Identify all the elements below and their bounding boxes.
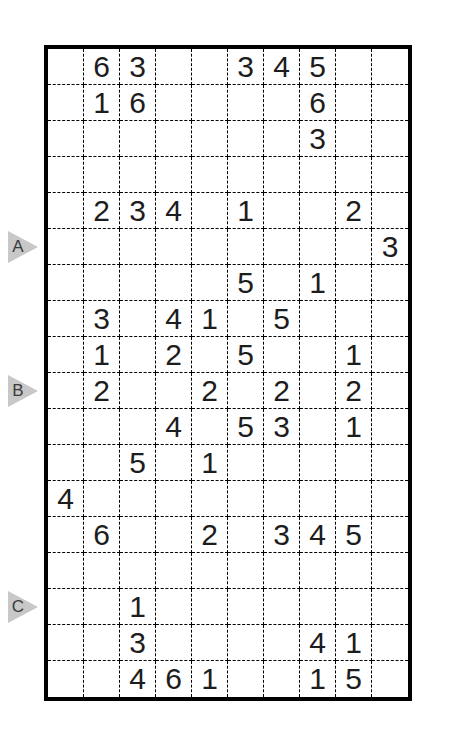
grid-cell-empty[interactable]	[372, 553, 408, 589]
grid-cell-empty[interactable]	[156, 373, 192, 409]
grid-cell-empty[interactable]	[120, 553, 156, 589]
grid-cell-given: 1	[192, 301, 228, 337]
grid-cell-given: 3	[120, 625, 156, 661]
grid-cell-empty[interactable]	[372, 301, 408, 337]
grid-cell-empty[interactable]	[192, 409, 228, 445]
grid-cell-empty[interactable]	[84, 157, 120, 193]
grid-cell-empty[interactable]	[48, 157, 84, 193]
grid-cell-empty[interactable]	[336, 157, 372, 193]
grid-cell-empty[interactable]	[192, 49, 228, 85]
grid-cell-empty[interactable]	[300, 193, 336, 229]
grid-cell-empty[interactable]	[228, 85, 264, 121]
grid-cell-given: 1	[192, 661, 228, 697]
grid-cell-empty[interactable]	[372, 373, 408, 409]
grid-cell-empty[interactable]	[336, 481, 372, 517]
grid-cell-empty[interactable]	[336, 553, 372, 589]
grid-cell-empty[interactable]	[120, 409, 156, 445]
grid-cell-empty[interactable]	[372, 481, 408, 517]
grid-cell-empty[interactable]	[120, 229, 156, 265]
grid-cell-given: 2	[192, 517, 228, 553]
grid-cell-given: 5	[336, 661, 372, 697]
grid-cell-empty[interactable]	[156, 265, 192, 301]
grid-cell-empty[interactable]	[192, 625, 228, 661]
grid-cell-given: 1	[228, 193, 264, 229]
grid-cell-empty[interactable]	[120, 337, 156, 373]
grid-cell-empty[interactable]	[156, 445, 192, 481]
grid-cell-empty[interactable]	[192, 229, 228, 265]
grid-cell-empty[interactable]	[264, 265, 300, 301]
grid-cell-empty[interactable]	[48, 85, 84, 121]
grid-cell-given: 3	[264, 409, 300, 445]
grid-cell-empty[interactable]	[48, 625, 84, 661]
grid-cell-given: 4	[120, 661, 156, 697]
grid-cell-empty[interactable]	[264, 85, 300, 121]
grid-cell-empty[interactable]	[264, 193, 300, 229]
grid-cell-empty[interactable]	[228, 589, 264, 625]
grid-cell-empty[interactable]	[120, 301, 156, 337]
grid-cell-empty[interactable]	[84, 409, 120, 445]
grid-cell-empty[interactable]	[84, 445, 120, 481]
puzzle-board: 6334516632341235134151251222245315146234…	[44, 45, 412, 701]
grid-cell-empty[interactable]	[84, 265, 120, 301]
grid-cell-empty[interactable]	[84, 553, 120, 589]
grid-cell-empty[interactable]	[192, 553, 228, 589]
grid-cell-given: 1	[300, 661, 336, 697]
grid-cell-empty[interactable]	[264, 589, 300, 625]
grid-cell-given: 4	[300, 517, 336, 553]
grid-cell-given: 2	[264, 373, 300, 409]
grid-cell-empty[interactable]	[84, 661, 120, 697]
grid-cell-empty[interactable]	[264, 445, 300, 481]
grid-cell-given: 5	[228, 409, 264, 445]
grid-cell-empty[interactable]	[48, 553, 84, 589]
grid-cell-empty[interactable]	[264, 157, 300, 193]
grid-cell-empty[interactable]	[120, 481, 156, 517]
grid-cell-empty[interactable]	[156, 229, 192, 265]
grid-cell-empty[interactable]	[228, 553, 264, 589]
grid-cell-empty[interactable]	[48, 337, 84, 373]
grid-cell-empty[interactable]	[228, 373, 264, 409]
grid-cell-empty[interactable]	[300, 229, 336, 265]
grid-cell-given: 2	[84, 373, 120, 409]
grid-cell-empty[interactable]	[48, 661, 84, 697]
grid-cell-given: 1	[336, 337, 372, 373]
grid-cell-given: 4	[156, 301, 192, 337]
grid-cell-empty[interactable]	[228, 229, 264, 265]
grid-cell-empty[interactable]	[228, 301, 264, 337]
grid-cell-empty[interactable]	[372, 337, 408, 373]
grid-cell-empty[interactable]	[300, 301, 336, 337]
grid-cell-empty[interactable]	[336, 121, 372, 157]
grid-cell-empty[interactable]	[156, 49, 192, 85]
grid-cell-given: 6	[156, 661, 192, 697]
grid-cell-empty[interactable]	[156, 625, 192, 661]
grid-cell-given: 5	[336, 517, 372, 553]
grid-cell-empty[interactable]	[120, 517, 156, 553]
grid-cell-empty[interactable]	[156, 481, 192, 517]
grid-cell-given: 3	[84, 301, 120, 337]
grid-cell-given: 3	[372, 229, 408, 265]
grid-cell-given: 2	[192, 373, 228, 409]
grid-cell-given: 1	[192, 445, 228, 481]
grid-cell-given: 3	[120, 49, 156, 85]
grid-cell-empty[interactable]	[228, 661, 264, 697]
row-marker-A: A	[8, 231, 38, 263]
grid-cell-empty[interactable]	[228, 625, 264, 661]
grid-cell-empty[interactable]	[336, 589, 372, 625]
grid-cell-empty[interactable]	[84, 589, 120, 625]
grid-cell-empty[interactable]	[156, 157, 192, 193]
grid-cell-given: 5	[228, 337, 264, 373]
grid-cell-empty[interactable]	[192, 157, 228, 193]
grid-cell-empty[interactable]	[192, 589, 228, 625]
grid-cell-empty[interactable]	[336, 265, 372, 301]
grid-cell-empty[interactable]	[156, 517, 192, 553]
grid-cell-empty[interactable]	[264, 553, 300, 589]
grid-cell-empty[interactable]	[48, 265, 84, 301]
grid-cell-empty[interactable]	[300, 157, 336, 193]
grid-cell-empty[interactable]	[120, 121, 156, 157]
grid-cell-given: 6	[300, 85, 336, 121]
grid-cell-given: 5	[120, 445, 156, 481]
grid-cell-empty[interactable]	[48, 409, 84, 445]
grid-cell-given: 2	[156, 337, 192, 373]
grid-cell-given: 1	[336, 625, 372, 661]
row-marker-B: B	[8, 375, 38, 407]
grid-cell-given: 5	[228, 265, 264, 301]
grid-cell-empty[interactable]	[228, 517, 264, 553]
grid-cell-given: 4	[300, 625, 336, 661]
grid-cell-given: 1	[120, 589, 156, 625]
grid-cell-empty[interactable]	[84, 625, 120, 661]
grid-cell-empty[interactable]	[120, 265, 156, 301]
grid-cell-given: 6	[84, 517, 120, 553]
grid-cell-given: 6	[84, 49, 120, 85]
grid-cell-empty[interactable]	[228, 481, 264, 517]
grid-cell-empty[interactable]	[372, 661, 408, 697]
grid-cell-given: 1	[336, 409, 372, 445]
grid-cell-given: 2	[336, 193, 372, 229]
grid-cell-empty[interactable]	[300, 445, 336, 481]
grid-cell-given: 4	[156, 193, 192, 229]
grid-cell-given: 5	[264, 301, 300, 337]
grid-cell-empty[interactable]	[48, 229, 84, 265]
grid-cell-given: 2	[336, 373, 372, 409]
grid-cell-empty[interactable]	[120, 373, 156, 409]
grid-cell-given: 1	[300, 265, 336, 301]
grid-cell-given: 3	[264, 517, 300, 553]
grid-cell-empty[interactable]	[120, 157, 156, 193]
grid-cell-given: 1	[84, 85, 120, 121]
grid-cell-empty[interactable]	[192, 193, 228, 229]
grid-cell-empty[interactable]	[372, 517, 408, 553]
grid-cell-empty[interactable]	[264, 229, 300, 265]
grid-cell-empty[interactable]	[264, 337, 300, 373]
grid-cell-empty[interactable]	[156, 553, 192, 589]
grid-cell-empty[interactable]	[228, 445, 264, 481]
grid-cell-empty[interactable]	[48, 445, 84, 481]
marker-label: C	[8, 591, 28, 623]
grid-cell-empty[interactable]	[300, 553, 336, 589]
grid-cell-empty[interactable]	[264, 625, 300, 661]
grid-cell-empty[interactable]	[372, 589, 408, 625]
grid-cell-empty[interactable]	[300, 481, 336, 517]
grid-cell-empty[interactable]	[336, 301, 372, 337]
grid-cell-given: 5	[300, 49, 336, 85]
grid-cell-empty[interactable]	[48, 301, 84, 337]
grid-cell-given: 3	[228, 49, 264, 85]
grid-cell-empty[interactable]	[300, 337, 336, 373]
grid-cell-empty[interactable]	[192, 481, 228, 517]
grid-cell-empty[interactable]	[48, 373, 84, 409]
grid-cell-empty[interactable]	[228, 121, 264, 157]
grid-cell-empty[interactable]	[192, 337, 228, 373]
grid-cell-empty[interactable]	[372, 625, 408, 661]
grid-cell-empty[interactable]	[264, 481, 300, 517]
grid-cell-given: 3	[300, 121, 336, 157]
grid-cell-empty[interactable]	[372, 265, 408, 301]
grid-cell-empty[interactable]	[372, 193, 408, 229]
row-marker-C: C	[8, 591, 38, 623]
grid-cell-empty[interactable]	[372, 121, 408, 157]
grid-cell-empty[interactable]	[264, 661, 300, 697]
grid-cell-given: 1	[84, 337, 120, 373]
grid-cell-empty[interactable]	[192, 265, 228, 301]
grid-cell-empty[interactable]	[300, 409, 336, 445]
grid-cell-empty[interactable]	[156, 121, 192, 157]
grid-cell-given: 3	[120, 193, 156, 229]
grid-cell-given: 4	[48, 481, 84, 517]
grid-cell-empty[interactable]	[336, 85, 372, 121]
grid-cell-empty[interactable]	[192, 121, 228, 157]
grid-cell-given: 4	[264, 49, 300, 85]
grid-cell-empty[interactable]	[264, 121, 300, 157]
grid-cell-empty[interactable]	[48, 49, 84, 85]
grid-cell-empty[interactable]	[156, 589, 192, 625]
grid-cell-empty[interactable]	[336, 229, 372, 265]
grid-cell-empty[interactable]	[336, 445, 372, 481]
grid-cell-empty[interactable]	[372, 409, 408, 445]
grid-cell-empty[interactable]	[48, 517, 84, 553]
grid-cell-empty[interactable]	[48, 121, 84, 157]
grid-cell-empty[interactable]	[372, 445, 408, 481]
grid-cell-empty[interactable]	[84, 481, 120, 517]
marker-label: A	[8, 231, 28, 263]
grid-cell-empty[interactable]	[336, 49, 372, 85]
grid-cell-given: 2	[84, 193, 120, 229]
grid-cell-empty[interactable]	[48, 193, 84, 229]
grid-cell-empty[interactable]	[300, 589, 336, 625]
grid-cell-empty[interactable]	[84, 121, 120, 157]
grid-cell-empty[interactable]	[372, 85, 408, 121]
grid-cell-empty[interactable]	[228, 157, 264, 193]
grid-cell-empty[interactable]	[300, 373, 336, 409]
marker-label: B	[8, 375, 28, 407]
grid-cell-given: 6	[120, 85, 156, 121]
grid-cell-empty[interactable]	[372, 49, 408, 85]
grid-cell-empty[interactable]	[156, 85, 192, 121]
grid-cell-empty[interactable]	[84, 229, 120, 265]
grid-cell-empty[interactable]	[192, 85, 228, 121]
grid-cell-empty[interactable]	[48, 589, 84, 625]
grid-cell-given: 4	[156, 409, 192, 445]
grid-cell-empty[interactable]	[372, 157, 408, 193]
